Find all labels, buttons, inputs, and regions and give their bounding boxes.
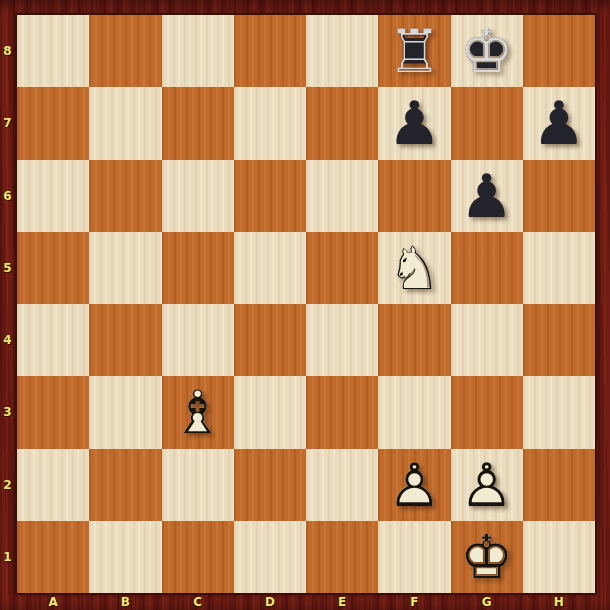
square-e8[interactable]: [306, 15, 378, 87]
square-h1[interactable]: [523, 521, 595, 593]
piece-white-bishop-c3[interactable]: ♝♗: [162, 376, 234, 448]
square-h8[interactable]: [523, 15, 595, 87]
rank-label-6: 6: [0, 160, 15, 232]
file-label-d: D: [234, 593, 306, 610]
square-b2[interactable]: [89, 449, 161, 521]
rank-label-2: 2: [0, 449, 15, 521]
rank-label-3: 3: [0, 376, 15, 448]
square-a6[interactable]: [17, 160, 89, 232]
square-b4[interactable]: [89, 304, 161, 376]
square-h2[interactable]: [523, 449, 595, 521]
square-c2[interactable]: [162, 449, 234, 521]
square-g8[interactable]: ♚♔: [451, 15, 523, 87]
square-d8[interactable]: [234, 15, 306, 87]
square-d1[interactable]: [234, 521, 306, 593]
piece-black-pawn-g6[interactable]: ♟: [451, 160, 523, 232]
square-f6[interactable]: [378, 160, 450, 232]
rank-label-5: 5: [0, 232, 15, 304]
square-b6[interactable]: [89, 160, 161, 232]
square-h4[interactable]: [523, 304, 595, 376]
square-d2[interactable]: [234, 449, 306, 521]
square-g4[interactable]: [451, 304, 523, 376]
square-b7[interactable]: [89, 87, 161, 159]
square-a2[interactable]: [17, 449, 89, 521]
square-g5[interactable]: [451, 232, 523, 304]
file-labels: ABCDEFGH: [17, 593, 595, 610]
rank-label-1: 1: [0, 521, 15, 593]
square-e6[interactable]: [306, 160, 378, 232]
rank-labels: 87654321: [0, 15, 15, 593]
square-f7[interactable]: ♟: [378, 87, 450, 159]
square-e3[interactable]: [306, 376, 378, 448]
chessboard-frame: ♜♖♚♔♟♟♟♞♘♝♗♟♙♟♙♚♔ 87654321 ABCDEFGH: [0, 0, 610, 610]
piece-white-king-g1[interactable]: ♚♔: [451, 521, 523, 593]
square-d6[interactable]: [234, 160, 306, 232]
square-d3[interactable]: [234, 376, 306, 448]
square-c1[interactable]: [162, 521, 234, 593]
square-e5[interactable]: [306, 232, 378, 304]
file-label-f: F: [378, 593, 450, 610]
piece-white-pawn-f2[interactable]: ♟♙: [378, 449, 450, 521]
square-a8[interactable]: [17, 15, 89, 87]
square-d4[interactable]: [234, 304, 306, 376]
piece-white-knight-f5[interactable]: ♞♘: [378, 232, 450, 304]
piece-black-rook-f8[interactable]: ♜♖: [378, 15, 450, 87]
piece-black-pawn-h7[interactable]: ♟: [523, 87, 595, 159]
file-label-g: G: [451, 593, 523, 610]
square-b5[interactable]: [89, 232, 161, 304]
square-a5[interactable]: [17, 232, 89, 304]
square-h6[interactable]: [523, 160, 595, 232]
square-b8[interactable]: [89, 15, 161, 87]
square-a7[interactable]: [17, 87, 89, 159]
square-f4[interactable]: [378, 304, 450, 376]
rank-label-4: 4: [0, 304, 15, 376]
square-a1[interactable]: [17, 521, 89, 593]
square-h3[interactable]: [523, 376, 595, 448]
square-f8[interactable]: ♜♖: [378, 15, 450, 87]
square-a4[interactable]: [17, 304, 89, 376]
file-label-h: H: [523, 593, 595, 610]
square-g3[interactable]: [451, 376, 523, 448]
file-label-e: E: [306, 593, 378, 610]
square-f5[interactable]: ♞♘: [378, 232, 450, 304]
square-f1[interactable]: [378, 521, 450, 593]
square-e4[interactable]: [306, 304, 378, 376]
square-c8[interactable]: [162, 15, 234, 87]
square-h7[interactable]: ♟: [523, 87, 595, 159]
square-d5[interactable]: [234, 232, 306, 304]
square-c5[interactable]: [162, 232, 234, 304]
rank-label-8: 8: [0, 15, 15, 87]
square-e7[interactable]: [306, 87, 378, 159]
square-f3[interactable]: [378, 376, 450, 448]
file-label-a: A: [17, 593, 89, 610]
square-b1[interactable]: [89, 521, 161, 593]
square-e1[interactable]: [306, 521, 378, 593]
chess-board: ♜♖♚♔♟♟♟♞♘♝♗♟♙♟♙♚♔: [15, 13, 597, 595]
square-f2[interactable]: ♟♙: [378, 449, 450, 521]
square-g1[interactable]: ♚♔: [451, 521, 523, 593]
square-g6[interactable]: ♟: [451, 160, 523, 232]
file-label-c: C: [162, 593, 234, 610]
file-label-b: B: [89, 593, 161, 610]
square-h5[interactable]: [523, 232, 595, 304]
square-g2[interactable]: ♟♙: [451, 449, 523, 521]
square-g7[interactable]: [451, 87, 523, 159]
square-d7[interactable]: [234, 87, 306, 159]
square-c6[interactable]: [162, 160, 234, 232]
rank-label-7: 7: [0, 87, 15, 159]
square-b3[interactable]: [89, 376, 161, 448]
square-e2[interactable]: [306, 449, 378, 521]
piece-black-king-g8[interactable]: ♚♔: [451, 15, 523, 87]
square-c4[interactable]: [162, 304, 234, 376]
square-a3[interactable]: [17, 376, 89, 448]
piece-black-pawn-f7[interactable]: ♟: [378, 87, 450, 159]
square-c7[interactable]: [162, 87, 234, 159]
piece-white-pawn-g2[interactable]: ♟♙: [451, 449, 523, 521]
square-c3[interactable]: ♝♗: [162, 376, 234, 448]
